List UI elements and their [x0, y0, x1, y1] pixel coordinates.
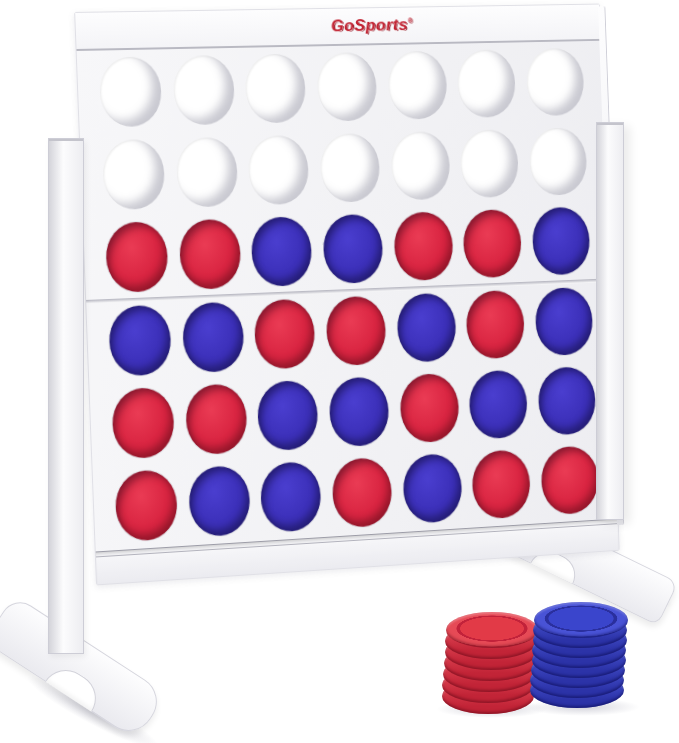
blue-disc-stack[interactable]	[534, 602, 628, 728]
cell-r1c2[interactable]	[166, 48, 242, 132]
empty-hole	[319, 133, 380, 203]
connect-four-board: GoSports®	[74, 4, 620, 586]
cell-r4c7[interactable]	[528, 280, 599, 363]
cell-r6c4[interactable]	[325, 450, 399, 535]
registered-trademark-icon: ®	[408, 18, 414, 25]
empty-hole	[245, 53, 307, 123]
cell-r4c5[interactable]	[390, 285, 463, 369]
cell-r1c7[interactable]	[519, 41, 590, 122]
empty-hole	[99, 56, 163, 127]
empty-hole	[102, 139, 166, 211]
cell-r1c3[interactable]	[238, 46, 313, 130]
product-photo-connect-four: GoSports®	[0, 0, 679, 743]
empty-hole	[316, 52, 377, 122]
blue-disc	[534, 286, 593, 356]
red-disc-stack[interactable]	[446, 612, 538, 732]
blue-disc	[328, 376, 389, 447]
red-disc	[105, 221, 169, 293]
red-disc	[254, 298, 316, 369]
red-disc	[540, 445, 599, 515]
empty-hole	[172, 55, 235, 126]
cell-r4c1[interactable]	[102, 297, 178, 383]
empty-hole	[460, 129, 520, 198]
cell-r5c4[interactable]	[322, 369, 396, 454]
red-disc	[115, 469, 179, 542]
empty-hole	[175, 137, 238, 208]
board-grid	[93, 41, 605, 549]
cell-r6c5[interactable]	[396, 446, 469, 531]
cell-r3c7[interactable]	[525, 200, 596, 282]
cell-r5c7[interactable]	[531, 359, 602, 442]
cell-r1c5[interactable]	[381, 44, 454, 126]
red-tray-disc	[446, 612, 538, 648]
blue-disc	[108, 304, 172, 376]
cell-r3c2[interactable]	[172, 212, 248, 297]
blue-disc	[322, 214, 383, 285]
cell-r1c4[interactable]	[310, 45, 384, 128]
red-disc	[325, 295, 386, 366]
empty-hole	[525, 48, 584, 116]
cell-r2c1[interactable]	[96, 132, 173, 217]
blue-disc	[182, 301, 245, 373]
cell-r4c4[interactable]	[319, 288, 393, 372]
empty-hole	[387, 50, 448, 119]
cell-r3c5[interactable]	[387, 205, 460, 288]
red-disc	[393, 212, 453, 282]
blue-disc	[251, 216, 313, 287]
blue-disc	[537, 366, 596, 436]
empty-hole	[248, 135, 310, 206]
cell-r3c3[interactable]	[245, 210, 320, 295]
cell-r2c5[interactable]	[384, 124, 457, 207]
red-disc	[463, 209, 523, 279]
blue-disc	[188, 465, 251, 538]
cell-r1c1[interactable]	[93, 49, 170, 134]
left-post	[48, 138, 84, 654]
cell-r6c2[interactable]	[182, 458, 257, 545]
cell-r2c7[interactable]	[522, 121, 593, 203]
red-disc	[471, 449, 531, 520]
red-disc	[185, 383, 248, 455]
cell-r4c2[interactable]	[175, 294, 250, 380]
cell-r3c6[interactable]	[456, 203, 528, 286]
gosports-logo: GoSports®	[331, 15, 414, 36]
red-disc	[399, 373, 459, 444]
blue-disc	[402, 453, 462, 524]
empty-hole	[457, 49, 517, 118]
empty-hole	[390, 131, 450, 201]
blue-disc	[468, 369, 528, 439]
cell-r2c4[interactable]	[313, 126, 387, 210]
blue-tray-disc	[534, 602, 628, 638]
cell-r2c2[interactable]	[169, 130, 245, 215]
cell-r5c3[interactable]	[251, 373, 325, 458]
cell-r1c6[interactable]	[451, 42, 523, 124]
empty-hole	[528, 127, 587, 196]
cell-r2c6[interactable]	[453, 123, 525, 205]
red-disc	[332, 457, 393, 529]
red-disc	[112, 387, 176, 460]
cell-r6c3[interactable]	[254, 454, 328, 540]
blue-disc	[257, 380, 319, 452]
red-disc	[179, 219, 242, 290]
cell-r5c6[interactable]	[462, 363, 534, 447]
cell-r5c1[interactable]	[105, 380, 181, 467]
cell-r5c5[interactable]	[393, 366, 466, 450]
cell-r5c2[interactable]	[178, 376, 253, 462]
red-disc	[466, 289, 526, 359]
blue-disc	[531, 207, 590, 276]
cell-r4c6[interactable]	[459, 283, 531, 366]
cell-r3c1[interactable]	[99, 215, 175, 301]
cell-r6c6[interactable]	[465, 443, 537, 527]
blue-disc	[260, 461, 322, 533]
cell-r4c3[interactable]	[248, 291, 323, 376]
cell-r3c4[interactable]	[316, 207, 390, 291]
cell-r6c7[interactable]	[534, 439, 605, 523]
cell-r6c1[interactable]	[108, 462, 184, 549]
cell-r2c3[interactable]	[242, 128, 317, 212]
blue-disc	[396, 292, 456, 362]
right-post	[596, 122, 624, 520]
